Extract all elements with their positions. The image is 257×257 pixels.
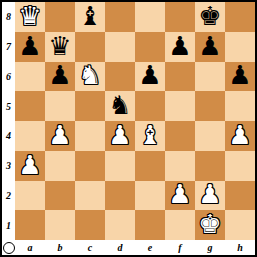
square-d1[interactable] (105, 210, 135, 240)
pawn-glyph: ♟ (228, 122, 251, 148)
square-g6[interactable] (195, 62, 225, 92)
rank-label-5: 5 (2, 91, 15, 121)
rank-label-3: 3 (2, 151, 15, 181)
rank-label-2: 2 (2, 181, 15, 211)
black-pawn-f7[interactable]: ♟ (165, 32, 195, 62)
corner-cell (2, 240, 15, 255)
square-f5[interactable] (165, 91, 195, 121)
white-pawn-f2[interactable]: ♟ (165, 181, 195, 211)
square-b2[interactable] (45, 181, 75, 211)
white-bishop-e4[interactable]: ♝ (135, 121, 165, 151)
square-f3[interactable] (165, 151, 195, 181)
pawn-glyph: ♟ (18, 152, 41, 178)
queen-glyph: ♛ (18, 3, 41, 29)
file-label-d: d (105, 240, 135, 255)
side-to-move-indicator (3, 242, 15, 254)
square-a2[interactable] (15, 181, 45, 211)
file-labels: abcdefgh (15, 240, 255, 255)
file-label-c: c (75, 240, 105, 255)
white-knight-c6[interactable]: ♞ (75, 62, 105, 92)
pawn-glyph: ♟ (198, 33, 221, 59)
square-h2[interactable] (225, 181, 255, 211)
black-queen-b7[interactable]: ♛ (45, 32, 75, 62)
chess-diagram: 87654321 ♛♝♚♟♛♟♟♟♞♟♟♞♟♟♝♟♟♟♟♚ abcdefgh (0, 0, 257, 257)
file-label-e: e (135, 240, 165, 255)
pawn-glyph: ♟ (48, 122, 71, 148)
white-pawn-g2[interactable]: ♟ (195, 181, 225, 211)
square-a6[interactable] (15, 62, 45, 92)
square-a5[interactable] (15, 91, 45, 121)
square-b8[interactable] (45, 2, 75, 32)
square-a1[interactable] (15, 210, 45, 240)
square-c1[interactable] (75, 210, 105, 240)
square-f4[interactable] (165, 121, 195, 151)
square-c7[interactable] (75, 32, 105, 62)
square-g5[interactable] (195, 91, 225, 121)
knight-glyph: ♞ (108, 92, 131, 118)
file-label-b: b (45, 240, 75, 255)
square-h1[interactable] (225, 210, 255, 240)
rank-label-4: 4 (2, 121, 15, 151)
square-e5[interactable] (135, 91, 165, 121)
pawn-glyph: ♟ (108, 122, 131, 148)
square-h5[interactable] (225, 91, 255, 121)
pawn-glyph: ♟ (198, 181, 221, 207)
bishop-glyph: ♝ (78, 3, 101, 29)
square-f6[interactable] (165, 62, 195, 92)
black-pawn-a7[interactable]: ♟ (15, 32, 45, 62)
square-c2[interactable] (75, 181, 105, 211)
rank-label-7: 7 (2, 32, 15, 62)
black-pawn-h6[interactable]: ♟ (225, 62, 255, 92)
white-pawn-d4[interactable]: ♟ (105, 121, 135, 151)
square-f8[interactable] (165, 2, 195, 32)
square-h3[interactable] (225, 151, 255, 181)
square-d8[interactable] (105, 2, 135, 32)
rank-label-1: 1 (2, 210, 15, 240)
square-b5[interactable] (45, 91, 75, 121)
pawn-glyph: ♟ (168, 33, 191, 59)
square-d2[interactable] (105, 181, 135, 211)
black-bishop-c8[interactable]: ♝ (75, 2, 105, 32)
square-e7[interactable] (135, 32, 165, 62)
pawn-glyph: ♟ (138, 62, 161, 88)
black-pawn-e6[interactable]: ♟ (135, 62, 165, 92)
white-king-g1[interactable]: ♚ (195, 210, 225, 240)
square-g4[interactable] (195, 121, 225, 151)
square-d3[interactable] (105, 151, 135, 181)
square-c3[interactable] (75, 151, 105, 181)
bishop-glyph: ♝ (138, 122, 161, 148)
white-pawn-b4[interactable]: ♟ (45, 121, 75, 151)
file-label-g: g (195, 240, 225, 255)
square-c5[interactable] (75, 91, 105, 121)
square-e1[interactable] (135, 210, 165, 240)
square-e2[interactable] (135, 181, 165, 211)
square-c4[interactable] (75, 121, 105, 151)
file-label-a: a (15, 240, 45, 255)
black-pawn-b6[interactable]: ♟ (45, 62, 75, 92)
square-h7[interactable] (225, 32, 255, 62)
white-queen-a8[interactable]: ♛ (15, 2, 45, 32)
rank-label-6: 6 (2, 62, 15, 92)
black-king-g8[interactable]: ♚ (195, 2, 225, 32)
square-e8[interactable] (135, 2, 165, 32)
square-a4[interactable] (15, 121, 45, 151)
square-d6[interactable] (105, 62, 135, 92)
pawn-glyph: ♟ (168, 181, 191, 207)
white-pawn-a3[interactable]: ♟ (15, 151, 45, 181)
square-g3[interactable] (195, 151, 225, 181)
pawn-glyph: ♟ (228, 62, 251, 88)
square-e3[interactable] (135, 151, 165, 181)
pawn-glyph: ♟ (18, 33, 41, 59)
square-b1[interactable] (45, 210, 75, 240)
file-label-f: f (165, 240, 195, 255)
knight-glyph: ♞ (78, 62, 101, 88)
square-d7[interactable] (105, 32, 135, 62)
rank-labels: 87654321 (2, 2, 15, 240)
rank-label-8: 8 (2, 2, 15, 32)
black-pawn-g7[interactable]: ♟ (195, 32, 225, 62)
black-knight-d5[interactable]: ♞ (105, 91, 135, 121)
pawn-glyph: ♟ (48, 62, 71, 88)
queen-glyph: ♛ (48, 33, 71, 59)
square-h8[interactable] (225, 2, 255, 32)
white-pawn-h4[interactable]: ♟ (225, 121, 255, 151)
file-label-h: h (225, 240, 255, 255)
king-glyph: ♚ (198, 211, 221, 237)
square-b3[interactable] (45, 151, 75, 181)
square-f1[interactable] (165, 210, 195, 240)
king-glyph: ♚ (198, 3, 221, 29)
board[interactable]: ♛♝♚♟♛♟♟♟♞♟♟♞♟♟♝♟♟♟♟♚ (15, 2, 255, 240)
